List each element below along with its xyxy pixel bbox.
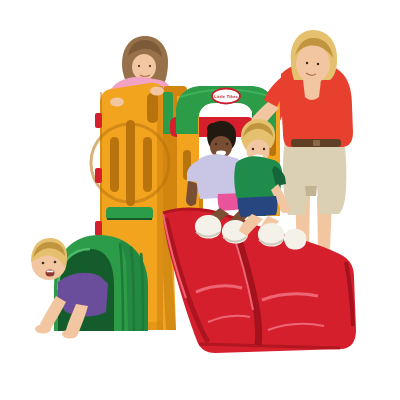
grip-slot-left (110, 137, 119, 192)
sneaker (284, 229, 307, 250)
grip-slot-center (126, 120, 135, 206)
product-photo-canvas: Product photo of a Little Tikes twin-sli… (0, 0, 400, 400)
little-tikes-logo: Little Tikes (212, 89, 240, 104)
playset-photo: Product photo of a Little Tikes twin-sli… (0, 0, 400, 400)
child-hand (62, 330, 78, 339)
child-hand (35, 325, 51, 334)
handhold-slot (147, 93, 158, 123)
grip-slot-right (143, 137, 152, 192)
logo-text: Little Tikes (214, 94, 239, 99)
red-clip (95, 168, 102, 183)
child-hand (110, 98, 124, 107)
red-clip (95, 221, 102, 236)
red-clip (95, 113, 102, 128)
child-hand (150, 87, 164, 96)
